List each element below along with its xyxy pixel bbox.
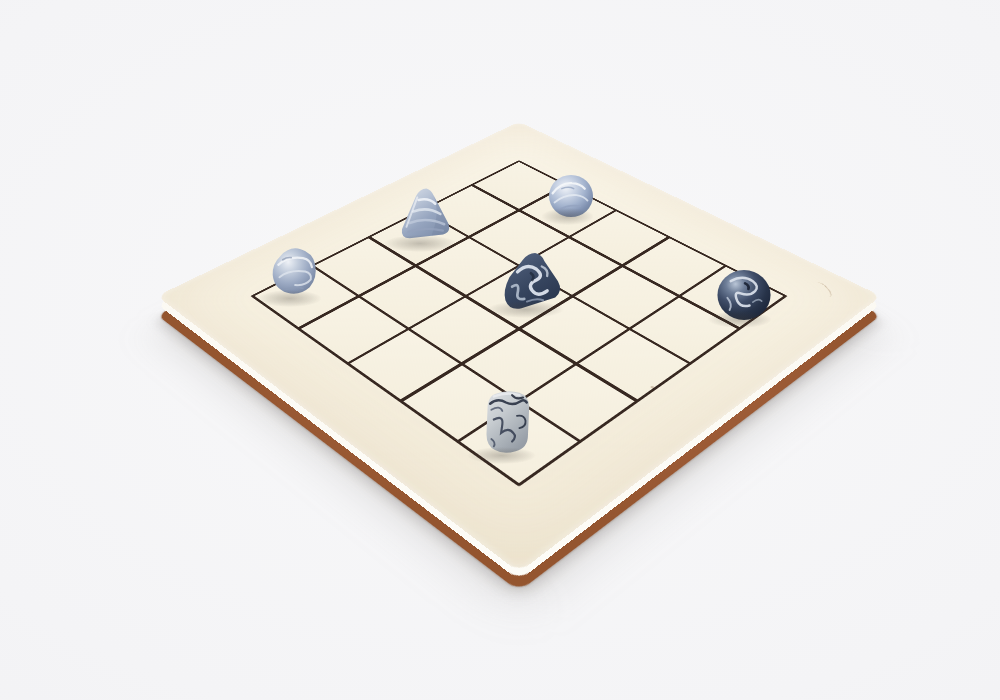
piece-contact-shadow (467, 447, 535, 464)
tile-scratch-mark (812, 281, 834, 297)
piece-dark-ball[interactable] (716, 269, 772, 321)
piece-contact-shadow (384, 235, 456, 252)
piece-light-wedge[interactable] (393, 183, 457, 245)
photo-background (0, 0, 1000, 700)
piece-dark-wedge[interactable] (497, 249, 565, 311)
piece-contact-shadow (488, 301, 564, 318)
piece-contact-shadow (542, 208, 594, 225)
piece-gray-cube[interactable] (476, 387, 537, 457)
board-tile (157, 122, 881, 573)
piece-contact-shadow (258, 290, 321, 307)
piece-light-lump[interactable] (266, 242, 322, 300)
piece-contact-shadow (708, 311, 771, 328)
piece-light-ball[interactable] (548, 174, 594, 218)
